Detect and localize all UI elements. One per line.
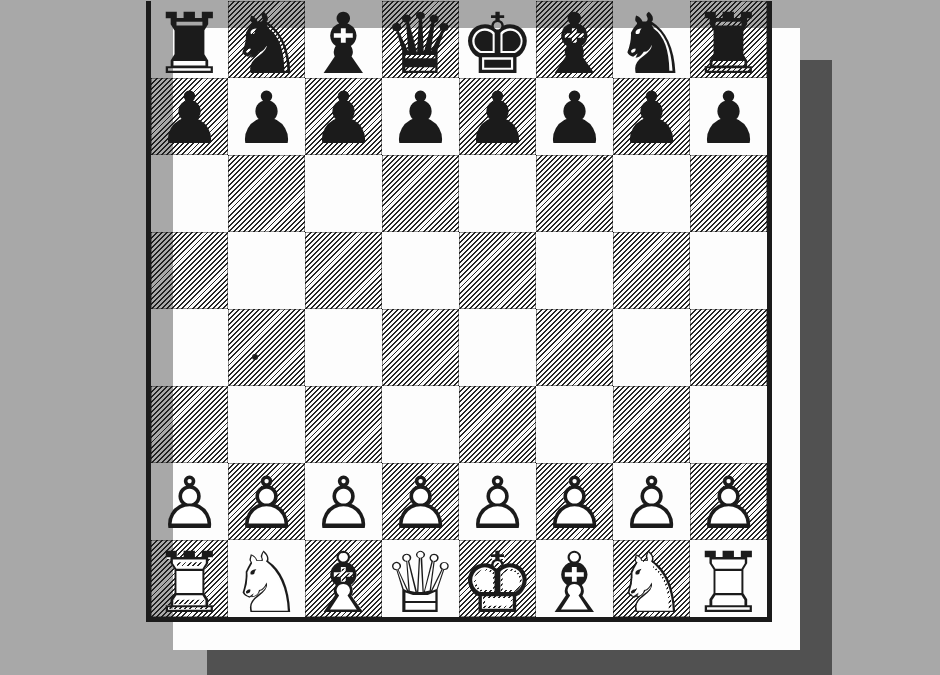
square-f7[interactable]: ♟ [536,78,613,155]
piece-outline: ♗ [306,541,381,625]
white-pawn[interactable]: ♟♙ [542,466,607,538]
square-b7[interactable]: ♟ [228,78,305,155]
square-f2[interactable]: ♟♙ [536,463,613,540]
white-knight[interactable]: ♞♘ [229,540,304,624]
page: { "game": "chess", "scene": { "descripti… [0,0,940,675]
square-d6[interactable] [382,155,459,232]
white-rook[interactable]: ♜♖ [152,540,227,624]
square-h2[interactable]: ♟♙ [690,463,767,540]
square-b6[interactable] [228,155,305,232]
black-rook[interactable]: ♜ [691,2,766,86]
piece-outline: ♘ [229,541,304,625]
square-e3[interactable] [459,386,536,463]
square-g3[interactable] [613,386,690,463]
square-h4[interactable] [690,309,767,386]
square-h8[interactable]: ♜ [690,1,767,78]
black-knight[interactable]: ♞ [614,2,689,86]
piece-outline: ♙ [465,467,530,539]
square-h5[interactable] [690,232,767,309]
square-g5[interactable] [613,232,690,309]
piece-outline: ♖ [691,541,766,625]
square-a8[interactable]: ♜ [151,1,228,78]
square-g4[interactable] [613,309,690,386]
square-g1[interactable]: ♞♘ [613,540,690,617]
white-king[interactable]: ♚♔ [460,540,535,624]
square-f6[interactable] [536,155,613,232]
black-pawn[interactable]: ♟ [465,82,530,154]
white-rook[interactable]: ♜♖ [691,540,766,624]
square-a7[interactable]: ♟ [151,78,228,155]
black-knight[interactable]: ♞ [229,2,304,86]
square-a4[interactable] [151,309,228,386]
square-e5[interactable] [459,232,536,309]
square-e1[interactable]: ♚♔ [459,540,536,617]
square-b2[interactable]: ♟♙ [228,463,305,540]
piece-outline: ♙ [542,467,607,539]
white-pawn[interactable]: ♟♙ [388,466,453,538]
square-a6[interactable] [151,155,228,232]
black-pawn[interactable]: ♟ [157,82,222,154]
white-pawn[interactable]: ♟♙ [465,466,530,538]
piece-outline: ♙ [234,467,299,539]
square-a5[interactable] [151,232,228,309]
square-e8[interactable]: ♚ [459,1,536,78]
square-c2[interactable]: ♟♙ [305,463,382,540]
square-h3[interactable] [690,386,767,463]
white-pawn[interactable]: ♟♙ [157,466,222,538]
square-g8[interactable]: ♞ [613,1,690,78]
chess-board: ♜♞♝♛♚♝♞♜♟♟♟♟♟♟♟♟♟♙♟♙♟♙♟♙♟♙♟♙♟♙♟♙♜♖♞♘♝♗♛♕… [146,1,772,622]
piece-outline: ♙ [311,467,376,539]
white-pawn[interactable]: ♟♙ [234,466,299,538]
piece-outline: ♘ [614,541,689,625]
square-c1[interactable]: ♝♗ [305,540,382,617]
square-e2[interactable]: ♟♙ [459,463,536,540]
piece-outline: ♙ [696,467,761,539]
black-pawn[interactable]: ♟ [696,82,761,154]
black-pawn[interactable]: ♟ [619,82,684,154]
square-b8[interactable]: ♞ [228,1,305,78]
square-h6[interactable] [690,155,767,232]
square-d4[interactable] [382,309,459,386]
white-bishop[interactable]: ♝♗ [306,540,381,624]
square-f8[interactable]: ♝ [536,1,613,78]
square-h1[interactable]: ♜♖ [690,540,767,617]
square-a2[interactable]: ♟♙ [151,463,228,540]
black-bishop[interactable]: ♝ [306,2,381,86]
white-knight[interactable]: ♞♘ [614,540,689,624]
square-g2[interactable]: ♟♙ [613,463,690,540]
black-pawn[interactable]: ♟ [388,82,453,154]
square-d5[interactable] [382,232,459,309]
square-c6[interactable] [305,155,382,232]
square-d2[interactable]: ♟♙ [382,463,459,540]
square-c8[interactable]: ♝ [305,1,382,78]
white-pawn[interactable]: ♟♙ [696,466,761,538]
white-pawn[interactable]: ♟♙ [619,466,684,538]
square-e7[interactable]: ♟ [459,78,536,155]
white-bishop[interactable]: ♝♗ [537,540,612,624]
square-b4[interactable] [228,309,305,386]
square-f4[interactable] [536,309,613,386]
square-d1[interactable]: ♛♕ [382,540,459,617]
square-c7[interactable]: ♟ [305,78,382,155]
piece-outline: ♔ [460,541,535,625]
black-bishop[interactable]: ♝ [537,2,612,86]
piece-outline: ♙ [388,467,453,539]
square-d8[interactable]: ♛ [382,1,459,78]
black-pawn[interactable]: ♟ [311,82,376,154]
piece-outline: ♙ [157,467,222,539]
square-e6[interactable] [459,155,536,232]
square-e4[interactable] [459,309,536,386]
square-a1[interactable]: ♜♖ [151,540,228,617]
white-queen[interactable]: ♛♕ [383,540,458,624]
square-h7[interactable]: ♟ [690,78,767,155]
ink-speck [252,354,258,360]
black-rook[interactable]: ♜ [152,2,227,86]
square-d3[interactable] [382,386,459,463]
square-c5[interactable] [305,232,382,309]
square-g7[interactable]: ♟ [613,78,690,155]
square-f3[interactable] [536,386,613,463]
square-b3[interactable] [228,386,305,463]
square-b5[interactable] [228,232,305,309]
ink-speck [603,157,606,160]
black-pawn[interactable]: ♟ [234,82,299,154]
piece-outline: ♙ [619,467,684,539]
square-b1[interactable]: ♞♘ [228,540,305,617]
square-c3[interactable] [305,386,382,463]
square-f5[interactable] [536,232,613,309]
square-d7[interactable]: ♟ [382,78,459,155]
piece-outline: ♖ [152,541,227,625]
black-queen[interactable]: ♛ [383,2,458,86]
piece-outline: ♗ [537,541,612,625]
square-f1[interactable]: ♝♗ [536,540,613,617]
piece-outline: ♕ [383,541,458,625]
square-g6[interactable] [613,155,690,232]
square-a3[interactable] [151,386,228,463]
white-pawn[interactable]: ♟♙ [311,466,376,538]
black-pawn[interactable]: ♟ [542,82,607,154]
square-c4[interactable] [305,309,382,386]
black-king[interactable]: ♚ [460,2,535,86]
